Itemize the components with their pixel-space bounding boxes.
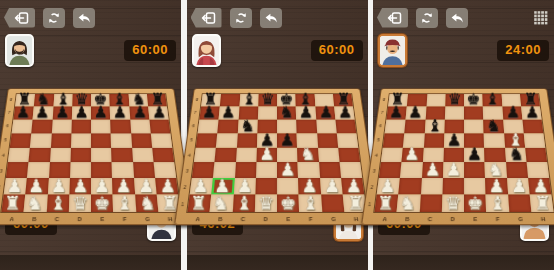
square-e7[interactable] <box>464 106 483 119</box>
black-pawn[interactable]: ♟ <box>52 104 71 120</box>
board-grid: ♜♛♚♝♜♟♟♟♟♝♞♟♝♟♟♞♟♟♞♟♟♟♟♜♞♛♚♝♜ <box>373 93 554 213</box>
file-label-A: A <box>0 215 23 223</box>
square-g1[interactable] <box>321 195 345 212</box>
exit-door-icon <box>14 11 29 25</box>
rank-label-7: 7 <box>378 106 386 119</box>
square-a6[interactable] <box>384 119 405 133</box>
square-f7[interactable]: ♟ <box>296 106 316 119</box>
black-knight[interactable]: ♞ <box>277 104 296 120</box>
avatar-bearded-man <box>7 36 32 65</box>
square-f6[interactable] <box>110 119 130 133</box>
square-g5[interactable] <box>130 133 151 147</box>
white-queen[interactable]: ♛ <box>441 195 463 213</box>
black-knight[interactable]: ♞ <box>505 146 526 163</box>
restart-icon <box>234 11 248 25</box>
square-b7[interactable]: ♟ <box>405 106 425 119</box>
square-c8[interactable] <box>426 94 445 107</box>
square-d3[interactable] <box>256 162 277 178</box>
board-grid: ♜♞♝♛♚♝♞♜♟♟♟♟♟♟♟♟♟♟♟♟♟♟♟♟♜♞♝♛♚♝♞♜ <box>0 93 181 213</box>
rank-label-5: 5 <box>1 133 9 147</box>
opponent-avatar <box>5 34 34 67</box>
black-pawn[interactable]: ♟ <box>386 104 405 120</box>
opponent-row: 60:00 <box>187 31 368 69</box>
square-g4[interactable] <box>318 147 340 162</box>
square-f5[interactable] <box>110 133 131 147</box>
square-e5[interactable]: ♟ <box>277 133 297 147</box>
file-label-D: D <box>68 215 91 223</box>
exit-button[interactable] <box>377 8 408 28</box>
square-b6[interactable] <box>31 119 52 133</box>
square-b4[interactable]: ♟ <box>401 147 423 162</box>
black-pawn[interactable]: ♟ <box>296 104 315 120</box>
square-b1[interactable]: ♞ <box>210 195 234 212</box>
square-d1[interactable]: ♛ <box>68 195 90 212</box>
white-pawn[interactable]: ♟ <box>321 178 343 196</box>
game-screen-1: 60:00 ♜♞♝♛♚♝♞♜♟♟♟♟♟♟♟♟♟♟♟♟♟♟♟♟♜♞♝♛♚♝♞♜ A… <box>0 0 181 270</box>
square-c2[interactable] <box>420 178 442 195</box>
undo-button[interactable] <box>446 8 468 28</box>
square-a7[interactable]: ♟ <box>386 106 407 119</box>
square-c6[interactable] <box>51 119 71 133</box>
square-f8[interactable]: ♝ <box>482 94 501 107</box>
black-queen[interactable]: ♛ <box>258 92 277 108</box>
exit-button[interactable] <box>191 8 222 28</box>
file-label-D: D <box>254 215 277 223</box>
square-a4[interactable] <box>380 147 402 162</box>
square-e6[interactable] <box>91 119 111 133</box>
square-g1[interactable]: ♞ <box>134 195 158 212</box>
exit-door-icon <box>201 11 216 25</box>
square-e4[interactable]: ♟ <box>464 147 485 162</box>
white-pawn[interactable]: ♟ <box>401 146 422 163</box>
square-f5[interactable] <box>483 133 504 147</box>
game-screen-3: 24:00 ♜♛♚♝♜♟♟♟♟♝♞♟♝♟♟♞♟♟♞♟♟♟♟♜♞♛♚♝♜ ABCD… <box>373 0 554 270</box>
toolbar <box>187 0 368 28</box>
square-c6[interactable]: ♝ <box>424 119 444 133</box>
black-pawn[interactable]: ♟ <box>277 132 297 149</box>
black-pawn[interactable]: ♟ <box>149 104 168 120</box>
white-queen[interactable]: ♛ <box>68 195 90 213</box>
file-label-A: A <box>186 215 210 223</box>
square-h1[interactable]: ♜ <box>529 195 553 212</box>
square-a5[interactable] <box>196 133 218 147</box>
board-zone: ♜♞♝♛♚♝♞♜♟♟♟♟♟♟♟♟♟♟♟♟♟♟♟♟♜♞♝♛♚♝♞♜ ABCDEFG… <box>0 69 181 204</box>
square-d6[interactable] <box>71 119 91 133</box>
square-f4[interactable]: ♞ <box>297 147 318 162</box>
black-pawn[interactable]: ♟ <box>32 104 51 120</box>
square-c8[interactable]: ♝ <box>239 94 258 107</box>
file-label-C: C <box>45 215 68 223</box>
square-d8[interactable]: ♛ <box>258 94 277 107</box>
file-label-C: C <box>232 215 255 223</box>
black-pawn[interactable]: ♟ <box>91 104 110 120</box>
black-pawn[interactable]: ♟ <box>335 104 354 120</box>
white-knight[interactable]: ♞ <box>210 195 232 213</box>
white-king[interactable]: ♚ <box>91 195 113 213</box>
square-h4[interactable] <box>524 147 546 162</box>
square-b3[interactable] <box>400 162 422 178</box>
square-g7[interactable]: ♟ <box>315 106 335 119</box>
square-a7[interactable]: ♟ <box>199 106 220 119</box>
file-label-G: G <box>322 215 345 223</box>
opponent-avatar <box>192 34 221 67</box>
white-knight[interactable]: ♞ <box>298 146 319 163</box>
file-label-E: E <box>277 215 300 223</box>
board-zone: ♜♛♚♝♜♟♟♟♟♝♞♟♝♟♟♞♟♟♞♟♟♟♟♜♞♛♚♝♜ ABCDEFGH 8… <box>373 69 554 204</box>
opponent-avatar-active <box>378 34 407 67</box>
black-bishop[interactable]: ♝ <box>424 118 444 134</box>
square-c4[interactable] <box>235 147 256 162</box>
black-bishop[interactable]: ♝ <box>239 92 258 108</box>
square-h7[interactable]: ♟ <box>520 106 541 119</box>
file-label-C: C <box>418 215 441 223</box>
file-labels: ABCDEFGH <box>186 215 368 223</box>
black-pawn[interactable]: ♟ <box>71 104 90 120</box>
file-label-B: B <box>395 215 418 223</box>
square-h7[interactable]: ♟ <box>334 106 355 119</box>
square-d5[interactable] <box>70 133 90 147</box>
square-b1[interactable]: ♞ <box>396 195 420 212</box>
square-c7[interactable]: ♟ <box>52 106 72 119</box>
square-h4[interactable] <box>338 147 360 162</box>
toolbar <box>0 0 181 28</box>
white-rook[interactable]: ♜ <box>187 195 209 213</box>
square-g1[interactable] <box>507 195 531 212</box>
white-knight[interactable]: ♞ <box>23 195 45 213</box>
black-king[interactable]: ♚ <box>464 92 483 108</box>
square-c1[interactable] <box>419 195 442 212</box>
square-f1[interactable]: ♝ <box>112 195 135 212</box>
square-e1[interactable]: ♚ <box>91 195 113 212</box>
chess-board[interactable]: ♜♛♚♝♜♟♟♟♟♝♞♟♝♟♟♞♟♟♞♟♟♟♟♜♞♛♚♝♜ ABCDEFGH 8… <box>360 88 554 225</box>
square-a5[interactable] <box>9 133 31 147</box>
file-label-G: G <box>508 215 531 223</box>
white-bishop[interactable]: ♝ <box>46 195 68 213</box>
square-h6[interactable] <box>335 119 356 133</box>
square-f6[interactable]: ♞ <box>483 119 503 133</box>
white-bishop[interactable]: ♝ <box>486 195 508 213</box>
square-g2[interactable]: ♟ <box>506 178 529 195</box>
restart-icon <box>420 11 434 25</box>
file-label-E: E <box>464 215 487 223</box>
white-pawn[interactable]: ♟ <box>256 146 277 163</box>
black-pawn[interactable]: ♟ <box>110 104 129 120</box>
square-d7[interactable] <box>444 106 463 119</box>
rank-label-7: 7 <box>5 106 13 119</box>
opponent-timer: 60:00 <box>124 40 176 61</box>
black-pawn[interactable]: ♟ <box>522 104 541 120</box>
square-g7[interactable]: ♟ <box>501 106 521 119</box>
square-b1[interactable]: ♞ <box>23 195 47 212</box>
square-c5[interactable] <box>423 133 444 147</box>
square-e5[interactable] <box>91 133 111 147</box>
square-g2[interactable]: ♟ <box>320 178 343 195</box>
square-d3[interactable]: ♟ <box>442 162 463 178</box>
white-pawn[interactable]: ♟ <box>421 162 442 179</box>
square-h7[interactable]: ♟ <box>147 106 168 119</box>
white-bishop[interactable]: ♝ <box>113 195 135 213</box>
chess-board[interactable]: ♜♞♝♛♚♝♞♜♟♟♟♟♟♟♟♟♟♟♟♟♟♟♟♟♜♞♝♛♚♝♞♜ ABCDEFG… <box>0 88 194 225</box>
restart-icon <box>47 11 61 25</box>
square-e4[interactable] <box>91 147 112 162</box>
file-label-B: B <box>22 215 45 223</box>
square-h5[interactable] <box>337 133 359 147</box>
black-pawn[interactable]: ♟ <box>13 104 32 120</box>
rank-label-5: 5 <box>374 133 382 147</box>
board-zone: ♜♝♛♚♝♜♟♟♞♟♟♟♞♟♟♟♞♟♟♟♟♟♟♟♜♞♝♛♚♝♜ ABCDEFGH… <box>187 69 368 204</box>
white-king[interactable]: ♚ <box>464 195 486 213</box>
avatar-hoodie-girl <box>194 36 219 65</box>
file-label-A: A <box>373 215 397 223</box>
rank-label-3: 3 <box>369 163 378 179</box>
square-h4[interactable] <box>151 147 173 162</box>
exit-door-icon <box>387 11 402 25</box>
restart-button[interactable] <box>230 8 252 28</box>
square-b7[interactable]: ♟ <box>219 106 239 119</box>
square-e1[interactable]: ♚ <box>464 195 486 212</box>
restart-button[interactable] <box>43 8 65 28</box>
white-bishop[interactable]: ♝ <box>299 195 321 213</box>
black-pawn[interactable]: ♟ <box>199 104 218 120</box>
toolbar <box>373 0 554 28</box>
square-b5[interactable] <box>216 133 237 147</box>
rank-label-6: 6 <box>376 119 384 133</box>
square-d1[interactable]: ♛ <box>255 195 277 212</box>
white-knight[interactable]: ♞ <box>135 195 157 213</box>
file-label-F: F <box>113 215 136 223</box>
rank-label-6: 6 <box>3 119 11 133</box>
square-g7[interactable]: ♟ <box>128 106 148 119</box>
square-e1[interactable]: ♚ <box>277 195 299 212</box>
file-label-B: B <box>209 215 232 223</box>
file-label-H: H <box>531 215 554 223</box>
exit-button[interactable] <box>4 8 35 28</box>
square-a6[interactable] <box>198 119 219 133</box>
undo-arrow-icon <box>264 11 278 25</box>
chess-board[interactable]: ♜♝♛♚♝♜♟♟♞♟♟♟♞♟♟♟♞♟♟♟♟♟♟♟♜♞♝♛♚♝♜ ABCDEFGH… <box>174 88 380 225</box>
triptych-of-game-screens: 60:00 ♜♞♝♛♚♝♞♜♟♟♟♟♟♟♟♟♟♟♟♟♟♟♟♟♜♞♝♛♚♝♞♜ A… <box>0 0 554 270</box>
black-queen[interactable]: ♛ <box>445 92 464 108</box>
file-label-G: G <box>135 215 158 223</box>
opponent-timer: 60:00 <box>311 40 363 61</box>
square-a1[interactable]: ♜ <box>187 195 211 212</box>
file-labels: ABCDEFGH <box>0 215 181 223</box>
file-label-F: F <box>299 215 322 223</box>
square-c3[interactable]: ♟ <box>421 162 443 178</box>
white-pawn[interactable]: ♟ <box>442 162 463 179</box>
square-a1[interactable]: ♜ <box>1 195 25 212</box>
black-pawn[interactable]: ♟ <box>502 104 521 120</box>
square-f4[interactable] <box>111 147 132 162</box>
white-rook[interactable]: ♜ <box>1 195 23 213</box>
square-d7[interactable] <box>258 106 277 119</box>
square-g6[interactable] <box>316 119 337 133</box>
black-pawn[interactable]: ♟ <box>219 104 238 120</box>
square-e6[interactable] <box>464 119 484 133</box>
square-f6[interactable] <box>296 119 316 133</box>
square-a7[interactable]: ♟ <box>13 106 34 119</box>
black-pawn[interactable]: ♟ <box>464 146 485 163</box>
square-g6[interactable] <box>129 119 150 133</box>
black-pawn[interactable]: ♟ <box>129 104 148 120</box>
square-g4[interactable]: ♞ <box>504 147 526 162</box>
square-g5[interactable] <box>317 133 338 147</box>
square-d1[interactable]: ♛ <box>441 195 463 212</box>
square-e3[interactable]: ♟ <box>277 162 298 178</box>
file-label-F: F <box>486 215 509 223</box>
menu-grid-icon[interactable] <box>534 11 548 25</box>
square-b4[interactable] <box>215 147 237 162</box>
opponent-timer: 24:00 <box>497 40 549 61</box>
square-a1[interactable]: ♜ <box>374 195 398 212</box>
black-pawn[interactable]: ♟ <box>443 132 463 149</box>
undo-button[interactable] <box>260 8 282 28</box>
square-a6[interactable] <box>11 119 32 133</box>
square-g4[interactable] <box>131 147 153 162</box>
square-d4[interactable]: ♟ <box>256 147 277 162</box>
square-d7[interactable]: ♟ <box>71 106 90 119</box>
black-bishop[interactable]: ♝ <box>482 92 501 108</box>
undo-button[interactable] <box>73 8 95 28</box>
board-grid: ♜♝♛♚♝♜♟♟♞♟♟♟♞♟♟♟♞♟♟♟♟♟♟♟♜♞♝♛♚♝♜ <box>186 93 368 213</box>
square-f7[interactable]: ♟ <box>109 106 129 119</box>
white-king[interactable]: ♚ <box>277 195 299 213</box>
square-b6[interactable] <box>404 119 425 133</box>
square-e8[interactable]: ♚ <box>464 94 483 107</box>
restart-button[interactable] <box>416 8 438 28</box>
square-b7[interactable]: ♟ <box>32 106 52 119</box>
rank-label-4: 4 <box>372 147 380 162</box>
game-screen-2: 60:00 ♜♝♛♚♝♜♟♟♞♟♟♟♞♟♟♟♞♟♟♟♟♟♟♟♜♞♝♛♚♝♜ AB… <box>187 0 368 270</box>
undo-arrow-icon <box>77 11 91 25</box>
file-labels: ABCDEFGH <box>373 215 554 223</box>
black-knight[interactable]: ♞ <box>483 118 503 134</box>
opponent-row: 24:00 <box>373 31 554 69</box>
black-pawn[interactable]: ♟ <box>405 104 424 120</box>
square-f1[interactable]: ♝ <box>299 195 322 212</box>
square-b5[interactable] <box>30 133 51 147</box>
square-a4[interactable] <box>7 147 29 162</box>
white-pawn[interactable]: ♟ <box>507 178 529 196</box>
undo-arrow-icon <box>450 11 464 25</box>
square-b6[interactable] <box>217 119 238 133</box>
square-e7[interactable]: ♞ <box>277 106 296 119</box>
square-b4[interactable] <box>28 147 50 162</box>
square-a4[interactable] <box>194 147 216 162</box>
square-c1[interactable]: ♝ <box>46 195 69 212</box>
opponent-row: 60:00 <box>0 31 181 69</box>
square-d5[interactable]: ♟ <box>443 133 463 147</box>
file-label-D: D <box>441 215 464 223</box>
black-pawn[interactable]: ♟ <box>316 104 335 120</box>
white-rook[interactable]: ♜ <box>374 195 396 213</box>
white-queen[interactable]: ♛ <box>255 195 277 213</box>
square-f1[interactable]: ♝ <box>485 195 508 212</box>
square-c1[interactable]: ♝ <box>232 195 255 212</box>
square-e3[interactable] <box>464 162 485 178</box>
square-h5[interactable] <box>150 133 172 147</box>
square-c5[interactable] <box>50 133 71 147</box>
white-bishop[interactable]: ♝ <box>232 195 254 213</box>
white-knight[interactable]: ♞ <box>396 195 418 213</box>
square-d4[interactable] <box>70 147 91 162</box>
square-e7[interactable]: ♟ <box>91 106 110 119</box>
white-rook[interactable]: ♜ <box>531 195 553 213</box>
square-h6[interactable] <box>149 119 170 133</box>
square-d8[interactable]: ♛ <box>445 94 464 107</box>
square-c6[interactable]: ♞ <box>237 119 257 133</box>
white-pawn[interactable]: ♟ <box>277 162 298 179</box>
file-label-E: E <box>91 215 114 223</box>
avatar-hat-man <box>380 36 405 65</box>
square-c5[interactable] <box>236 133 257 147</box>
black-knight[interactable]: ♞ <box>237 118 257 134</box>
square-c4[interactable] <box>49 147 70 162</box>
